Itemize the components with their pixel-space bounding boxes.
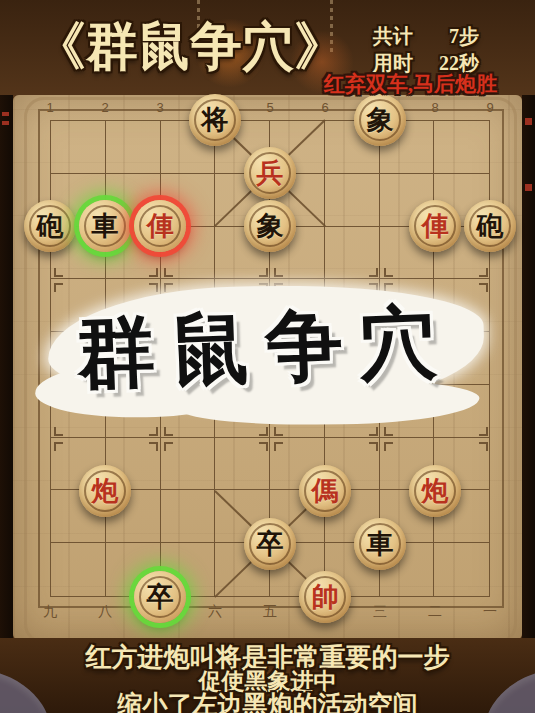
black-elephant-glyph: 象 (367, 107, 394, 134)
point-marker (149, 442, 158, 451)
puzzle-title: 《群鼠争穴》 (34, 12, 346, 82)
point-marker (164, 268, 173, 277)
red-horse-glyph: 傌 (312, 478, 339, 505)
piece-black-soldier[interactable]: 卒 (134, 571, 186, 623)
point-marker (274, 442, 283, 451)
point-marker (479, 442, 488, 451)
point-marker (149, 427, 158, 436)
file-label-bottom-9: 一 (480, 603, 500, 621)
commentary-line-3: 缩小了左边黑炮的活动空间 (0, 688, 535, 713)
point-marker (259, 442, 268, 451)
red-chariot-glyph: 俥 (147, 213, 174, 240)
point-marker (384, 427, 393, 436)
point-marker (384, 268, 393, 277)
piece-red-chariot[interactable]: 俥 (134, 200, 186, 252)
puzzle-name-calligraphy: 群鼠争穴 (38, 288, 491, 409)
stats-steps-value: 7步 (449, 23, 479, 50)
file-label-bottom-4: 六 (205, 603, 225, 621)
edge-mark (525, 184, 532, 191)
point-marker (149, 268, 158, 277)
file-label-top-8: 8 (425, 100, 445, 115)
black-chariot-glyph: 車 (92, 213, 119, 240)
xiangqi-puzzle-screen: 123456789九八七六五四三二一 界 将象兵砲車俥象俥砲炮傌炮卒車卒帥 群鼠… (0, 0, 535, 713)
stats-steps-label: 共计 (373, 23, 413, 50)
file-label-bottom-2: 八 (95, 603, 115, 621)
point-marker (149, 283, 158, 292)
point-marker (54, 283, 63, 292)
black-cannon-glyph: 砲 (477, 213, 504, 240)
file-label-top-2: 2 (95, 100, 115, 115)
piece-black-cannon[interactable]: 砲 (464, 200, 516, 252)
piece-black-chariot[interactable]: 車 (79, 200, 131, 252)
red-chariot-glyph: 俥 (422, 213, 449, 240)
point-marker (259, 427, 268, 436)
black-cannon-glyph: 砲 (37, 213, 64, 240)
piece-black-chariot[interactable]: 車 (354, 518, 406, 570)
black-elephant-glyph: 象 (257, 213, 284, 240)
point-marker (384, 442, 393, 451)
piece-red-general[interactable]: 帥 (299, 571, 351, 623)
black-general-glyph: 将 (202, 107, 229, 134)
stats-steps: 共计 7步 (373, 23, 479, 50)
file-label-top-5: 5 (260, 100, 280, 115)
point-marker (369, 268, 378, 277)
stats-panel: 共计 7步 用时 22秒 (373, 23, 479, 77)
point-marker (164, 427, 173, 436)
strategy-note: 红弃双车,马后炮胜 (324, 70, 497, 98)
point-marker (164, 283, 173, 292)
piece-black-cannon[interactable]: 砲 (24, 200, 76, 252)
point-marker (274, 427, 283, 436)
piece-black-elephant[interactable]: 象 (244, 200, 296, 252)
point-marker (479, 268, 488, 277)
point-marker (164, 442, 173, 451)
file-label-bottom-7: 三 (370, 603, 390, 621)
file-label-bottom-8: 二 (425, 603, 445, 621)
point-marker (369, 442, 378, 451)
red-general-glyph: 帥 (312, 584, 339, 611)
black-chariot-glyph: 車 (367, 531, 394, 558)
left-edge-shadow (0, 95, 13, 640)
right-edge-shadow (522, 95, 535, 640)
piece-red-soldier[interactable]: 兵 (244, 147, 296, 199)
point-marker (479, 427, 488, 436)
file-label-top-3: 3 (150, 100, 170, 115)
point-marker (274, 268, 283, 277)
edge-mark (2, 121, 9, 125)
piece-black-soldier[interactable]: 卒 (244, 518, 296, 570)
black-soldier-glyph: 卒 (257, 531, 284, 558)
red-cannon-glyph: 炮 (422, 478, 449, 505)
piece-red-cannon[interactable]: 炮 (79, 465, 131, 517)
edge-mark (2, 112, 9, 116)
piece-red-chariot[interactable]: 俥 (409, 200, 461, 252)
black-soldier-glyph: 卒 (147, 584, 174, 611)
piece-red-cannon[interactable]: 炮 (409, 465, 461, 517)
point-marker (54, 268, 63, 277)
piece-black-general[interactable]: 将 (189, 94, 241, 146)
file-label-top-6: 6 (315, 100, 335, 115)
file-label-bottom-1: 九 (40, 603, 60, 621)
point-marker (369, 427, 378, 436)
point-marker (54, 427, 63, 436)
red-cannon-glyph: 炮 (92, 478, 119, 505)
file-label-bottom-5: 五 (260, 603, 280, 621)
piece-red-horse[interactable]: 傌 (299, 465, 351, 517)
point-marker (54, 442, 63, 451)
point-marker (259, 268, 268, 277)
edge-mark (525, 118, 532, 125)
piece-black-elephant[interactable]: 象 (354, 94, 406, 146)
file-label-top-1: 1 (40, 100, 60, 115)
red-soldier-glyph: 兵 (257, 160, 284, 187)
file-label-top-9: 9 (480, 100, 500, 115)
